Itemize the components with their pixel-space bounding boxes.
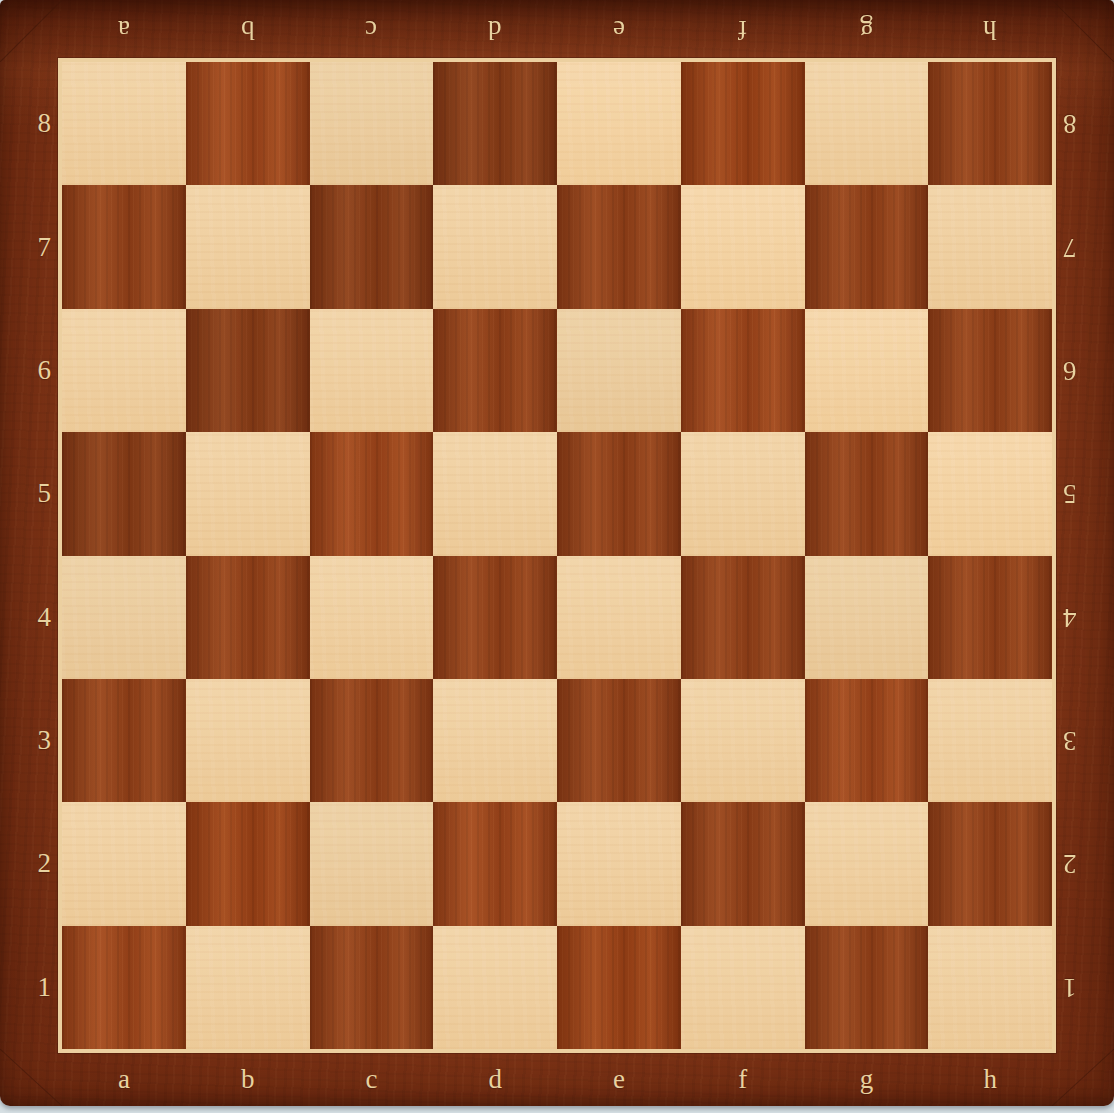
rank-label-right-4: 4: [1056, 556, 1114, 679]
square-g7[interactable]: [805, 185, 929, 308]
square-e7[interactable]: [557, 185, 681, 308]
file-label-bottom-e: e: [557, 1053, 681, 1106]
square-f7[interactable]: [681, 185, 805, 308]
square-b5[interactable]: [186, 432, 310, 555]
chess-board: abcdefgh abcdefgh 87654321 87654321: [0, 0, 1114, 1106]
square-h4[interactable]: [928, 556, 1052, 679]
rank-labels-left: 87654321: [0, 62, 58, 1049]
square-c4[interactable]: [310, 556, 434, 679]
square-d7[interactable]: [433, 185, 557, 308]
square-b4[interactable]: [186, 556, 310, 679]
file-label-bottom-h: h: [928, 1053, 1052, 1106]
square-f8[interactable]: [681, 62, 805, 185]
square-c5[interactable]: [310, 432, 434, 555]
square-e1[interactable]: [557, 926, 681, 1049]
square-h1[interactable]: [928, 926, 1052, 1049]
rank-label-left-7: 7: [0, 185, 58, 308]
square-a2[interactable]: [62, 802, 186, 925]
board-photo: abcdefgh abcdefgh 87654321 87654321: [0, 0, 1114, 1113]
file-label-bottom-f: f: [681, 1053, 805, 1106]
square-f1[interactable]: [681, 926, 805, 1049]
square-h6[interactable]: [928, 309, 1052, 432]
square-g4[interactable]: [805, 556, 929, 679]
square-a8[interactable]: [62, 62, 186, 185]
square-d8[interactable]: [433, 62, 557, 185]
board-squares: [62, 62, 1052, 1049]
file-label-top-g: g: [805, 0, 929, 58]
square-g5[interactable]: [805, 432, 929, 555]
square-a7[interactable]: [62, 185, 186, 308]
square-b2[interactable]: [186, 802, 310, 925]
square-f3[interactable]: [681, 679, 805, 802]
file-label-bottom-c: c: [310, 1053, 434, 1106]
square-f2[interactable]: [681, 802, 805, 925]
file-label-top-h: h: [928, 0, 1052, 58]
rank-label-right-7: 7: [1056, 185, 1114, 308]
square-e8[interactable]: [557, 62, 681, 185]
square-a3[interactable]: [62, 679, 186, 802]
square-c6[interactable]: [310, 309, 434, 432]
square-g3[interactable]: [805, 679, 929, 802]
square-b8[interactable]: [186, 62, 310, 185]
square-b3[interactable]: [186, 679, 310, 802]
square-a1[interactable]: [62, 926, 186, 1049]
rank-label-left-8: 8: [0, 62, 58, 185]
file-label-top-d: d: [433, 0, 557, 58]
file-label-top-b: b: [186, 0, 310, 58]
file-label-top-c: c: [310, 0, 434, 58]
frame-miter-top-right: [1052, 0, 1114, 62]
square-c1[interactable]: [310, 926, 434, 1049]
rank-label-left-4: 4: [0, 556, 58, 679]
square-d2[interactable]: [433, 802, 557, 925]
rank-label-left-3: 3: [0, 679, 58, 802]
square-h7[interactable]: [928, 185, 1052, 308]
rank-label-left-1: 1: [0, 926, 58, 1049]
square-h5[interactable]: [928, 432, 1052, 555]
square-b7[interactable]: [186, 185, 310, 308]
rank-label-left-2: 2: [0, 802, 58, 925]
square-d3[interactable]: [433, 679, 557, 802]
square-e5[interactable]: [557, 432, 681, 555]
file-label-top-e: e: [557, 0, 681, 58]
frame-miter-top-left: [0, 0, 62, 62]
square-f6[interactable]: [681, 309, 805, 432]
file-label-top-f: f: [681, 0, 805, 58]
square-d4[interactable]: [433, 556, 557, 679]
square-d6[interactable]: [433, 309, 557, 432]
square-g8[interactable]: [805, 62, 929, 185]
square-e4[interactable]: [557, 556, 681, 679]
square-c3[interactable]: [310, 679, 434, 802]
square-h3[interactable]: [928, 679, 1052, 802]
rank-label-right-2: 2: [1056, 802, 1114, 925]
square-c2[interactable]: [310, 802, 434, 925]
frame-miter-bottom-left: [0, 1049, 62, 1106]
square-d1[interactable]: [433, 926, 557, 1049]
square-g2[interactable]: [805, 802, 929, 925]
square-d5[interactable]: [433, 432, 557, 555]
rank-label-right-6: 6: [1056, 309, 1114, 432]
square-c7[interactable]: [310, 185, 434, 308]
file-label-bottom-b: b: [186, 1053, 310, 1106]
square-e3[interactable]: [557, 679, 681, 802]
playing-field: [58, 58, 1056, 1053]
rank-label-left-6: 6: [0, 309, 58, 432]
square-f4[interactable]: [681, 556, 805, 679]
square-g6[interactable]: [805, 309, 929, 432]
file-label-top-a: a: [62, 0, 186, 58]
square-g1[interactable]: [805, 926, 929, 1049]
square-h8[interactable]: [928, 62, 1052, 185]
frame-miter-bottom-right: [1052, 1049, 1114, 1106]
rank-label-left-5: 5: [0, 432, 58, 555]
square-e2[interactable]: [557, 802, 681, 925]
rank-label-right-1: 1: [1056, 926, 1114, 1049]
square-a5[interactable]: [62, 432, 186, 555]
square-c8[interactable]: [310, 62, 434, 185]
rank-labels-right: 87654321: [1056, 62, 1114, 1049]
square-h2[interactable]: [928, 802, 1052, 925]
file-label-bottom-a: a: [62, 1053, 186, 1106]
square-a6[interactable]: [62, 309, 186, 432]
rank-label-right-8: 8: [1056, 62, 1114, 185]
square-f5[interactable]: [681, 432, 805, 555]
file-label-bottom-g: g: [805, 1053, 929, 1106]
rank-label-right-5: 5: [1056, 432, 1114, 555]
square-b6[interactable]: [186, 309, 310, 432]
file-labels-bottom: abcdefgh: [62, 1053, 1052, 1106]
square-a4[interactable]: [62, 556, 186, 679]
file-labels-top: abcdefgh: [62, 0, 1052, 58]
rank-label-right-3: 3: [1056, 679, 1114, 802]
square-b1[interactable]: [186, 926, 310, 1049]
file-label-bottom-d: d: [433, 1053, 557, 1106]
square-e6[interactable]: [557, 309, 681, 432]
